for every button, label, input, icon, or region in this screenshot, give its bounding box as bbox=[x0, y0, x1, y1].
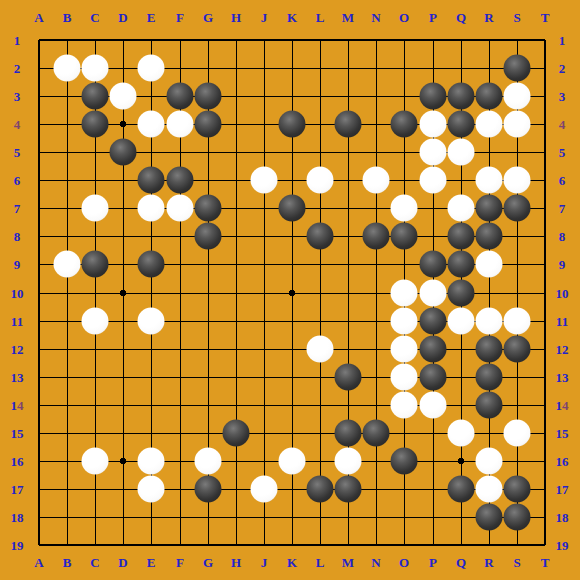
coord-char: B bbox=[63, 10, 72, 25]
coord-char: 1 bbox=[559, 33, 566, 48]
row-label: 16 bbox=[556, 455, 569, 468]
row-label: 2 bbox=[559, 62, 566, 75]
black-stone-M4 bbox=[335, 111, 362, 138]
column-label: S bbox=[513, 11, 520, 24]
coord-char: E bbox=[147, 10, 156, 25]
white-stone-S15 bbox=[504, 420, 531, 447]
coord-char: C bbox=[90, 555, 99, 570]
black-stone-N15 bbox=[363, 420, 390, 447]
white-stone-J17 bbox=[251, 476, 278, 503]
row-label: 19 bbox=[11, 539, 24, 552]
white-stone-L12 bbox=[307, 336, 334, 363]
coord-char: F bbox=[176, 555, 184, 570]
coord-char: 2 bbox=[559, 61, 566, 76]
coord-char: T bbox=[541, 555, 550, 570]
coord-char: J bbox=[261, 555, 268, 570]
white-stone-Q7 bbox=[448, 195, 475, 222]
row-label: 18 bbox=[11, 511, 24, 524]
row-label: 17 bbox=[556, 483, 569, 496]
coord-char: 3 bbox=[559, 89, 566, 104]
coord-char: 1 bbox=[17, 314, 24, 329]
coord-char: R bbox=[484, 555, 493, 570]
column-label: G bbox=[203, 11, 213, 24]
row-label: 8 bbox=[559, 230, 566, 243]
white-stone-E11 bbox=[138, 308, 165, 335]
row-label: 9 bbox=[14, 258, 21, 271]
coord-char: H bbox=[231, 555, 241, 570]
coord-char: M bbox=[342, 555, 354, 570]
coord-char: 3 bbox=[562, 370, 569, 385]
white-stone-F4 bbox=[167, 111, 194, 138]
white-stone-E7 bbox=[138, 195, 165, 222]
black-stone-G4 bbox=[195, 111, 222, 138]
black-stone-S2 bbox=[504, 55, 531, 82]
black-stone-K7 bbox=[279, 195, 306, 222]
row-label: 11 bbox=[11, 315, 23, 328]
coord-char: 9 bbox=[562, 538, 569, 553]
coord-char: 4 bbox=[562, 398, 569, 413]
black-stone-P13 bbox=[420, 364, 447, 391]
black-stone-M15 bbox=[335, 420, 362, 447]
column-label: S bbox=[513, 556, 520, 569]
column-label: K bbox=[287, 556, 297, 569]
coord-char: 0 bbox=[17, 286, 24, 301]
column-label: Q bbox=[456, 11, 466, 24]
coord-char: G bbox=[203, 10, 213, 25]
column-label: P bbox=[429, 11, 437, 24]
white-stone-K16 bbox=[279, 448, 306, 475]
coord-char: K bbox=[287, 10, 297, 25]
row-label: 14 bbox=[556, 399, 569, 412]
row-label: 1 bbox=[559, 34, 566, 47]
row-label: 19 bbox=[556, 539, 569, 552]
coord-char: 8 bbox=[14, 229, 21, 244]
coord-char: 4 bbox=[559, 117, 566, 132]
black-stone-Q10 bbox=[448, 280, 475, 307]
black-stone-P11 bbox=[420, 308, 447, 335]
column-label: B bbox=[63, 556, 72, 569]
row-label: 7 bbox=[559, 202, 566, 215]
black-stone-R14 bbox=[476, 392, 503, 419]
white-stone-O12 bbox=[391, 336, 418, 363]
coord-char: 9 bbox=[559, 257, 566, 272]
coord-char: 1 bbox=[562, 314, 569, 329]
column-label: T bbox=[541, 11, 550, 24]
row-label: 2 bbox=[14, 62, 21, 75]
white-stone-Q15 bbox=[448, 420, 475, 447]
black-stone-Q3 bbox=[448, 83, 475, 110]
coord-char: 0 bbox=[562, 286, 569, 301]
coord-char: 4 bbox=[17, 398, 24, 413]
row-label: 8 bbox=[14, 230, 21, 243]
coord-char: 3 bbox=[14, 89, 21, 104]
column-label: L bbox=[316, 11, 325, 24]
coord-char: R bbox=[484, 10, 493, 25]
white-stone-O7 bbox=[391, 195, 418, 222]
row-label: 12 bbox=[11, 343, 24, 356]
star-point bbox=[120, 458, 126, 464]
row-label: 4 bbox=[14, 118, 21, 131]
white-stone-R9 bbox=[476, 251, 503, 278]
coord-char: Q bbox=[456, 555, 466, 570]
row-label: 6 bbox=[14, 174, 21, 187]
black-stone-E9 bbox=[138, 251, 165, 278]
go-board[interactable]: ABCDEFGHJKLMNOPQRST ABCDEFGHJKLMNOPQRST … bbox=[0, 0, 580, 580]
black-stone-Q9 bbox=[448, 251, 475, 278]
white-stone-S6 bbox=[504, 167, 531, 194]
coord-char: 2 bbox=[14, 61, 21, 76]
column-label: K bbox=[287, 11, 297, 24]
black-stone-S12 bbox=[504, 336, 531, 363]
white-stone-P4 bbox=[420, 111, 447, 138]
column-label: H bbox=[231, 556, 241, 569]
black-stone-C3 bbox=[82, 83, 109, 110]
coord-char: G bbox=[203, 555, 213, 570]
coord-char: S bbox=[513, 10, 520, 25]
coord-char: A bbox=[34, 10, 43, 25]
black-stone-O4 bbox=[391, 111, 418, 138]
row-label: 10 bbox=[556, 287, 569, 300]
white-stone-P10 bbox=[420, 280, 447, 307]
coord-char: 7 bbox=[14, 201, 21, 216]
white-stone-J6 bbox=[251, 167, 278, 194]
black-stone-F3 bbox=[167, 83, 194, 110]
column-label: O bbox=[399, 11, 409, 24]
coord-char: 6 bbox=[17, 454, 24, 469]
black-stone-S17 bbox=[504, 476, 531, 503]
white-stone-N6 bbox=[363, 167, 390, 194]
white-stone-C7 bbox=[82, 195, 109, 222]
coord-char: C bbox=[90, 10, 99, 25]
black-stone-N8 bbox=[363, 223, 390, 250]
white-stone-M16 bbox=[335, 448, 362, 475]
black-stone-R18 bbox=[476, 504, 503, 531]
column-label: D bbox=[118, 556, 127, 569]
coord-char: T bbox=[541, 10, 550, 25]
row-label: 15 bbox=[556, 427, 569, 440]
black-stone-D5 bbox=[110, 139, 137, 166]
row-label: 9 bbox=[559, 258, 566, 271]
column-label: M bbox=[342, 556, 354, 569]
row-label: 7 bbox=[14, 202, 21, 215]
black-stone-P9 bbox=[420, 251, 447, 278]
coord-char: 8 bbox=[17, 510, 24, 525]
coord-char: 9 bbox=[14, 257, 21, 272]
column-label: C bbox=[90, 11, 99, 24]
coord-char: 6 bbox=[562, 454, 569, 469]
coord-char: D bbox=[118, 10, 127, 25]
coord-char: Q bbox=[456, 10, 466, 25]
white-stone-O14 bbox=[391, 392, 418, 419]
white-stone-E2 bbox=[138, 55, 165, 82]
column-label: D bbox=[118, 11, 127, 24]
white-stone-L6 bbox=[307, 167, 334, 194]
white-stone-R11 bbox=[476, 308, 503, 335]
row-label: 3 bbox=[14, 90, 21, 103]
black-stone-R12 bbox=[476, 336, 503, 363]
black-stone-Q4 bbox=[448, 111, 475, 138]
column-label: E bbox=[147, 556, 156, 569]
coord-char: S bbox=[513, 555, 520, 570]
coord-char: 1 bbox=[14, 33, 21, 48]
coord-char: 6 bbox=[559, 173, 566, 188]
row-label: 12 bbox=[556, 343, 569, 356]
row-label: 17 bbox=[11, 483, 24, 496]
column-label: H bbox=[231, 11, 241, 24]
black-stone-C4 bbox=[82, 111, 109, 138]
row-label: 5 bbox=[559, 146, 566, 159]
white-stone-B9 bbox=[54, 251, 81, 278]
star-point bbox=[120, 121, 126, 127]
coord-char: 3 bbox=[17, 370, 24, 385]
white-stone-D3 bbox=[110, 83, 137, 110]
column-label: L bbox=[316, 556, 325, 569]
white-stone-E17 bbox=[138, 476, 165, 503]
column-label: N bbox=[371, 556, 380, 569]
column-label: T bbox=[541, 556, 550, 569]
row-label: 6 bbox=[559, 174, 566, 187]
black-stone-R13 bbox=[476, 364, 503, 391]
black-stone-L8 bbox=[307, 223, 334, 250]
white-stone-G16 bbox=[195, 448, 222, 475]
black-stone-G7 bbox=[195, 195, 222, 222]
black-stone-Q17 bbox=[448, 476, 475, 503]
column-label: G bbox=[203, 556, 213, 569]
black-stone-Q8 bbox=[448, 223, 475, 250]
coord-char: A bbox=[34, 555, 43, 570]
column-label: P bbox=[429, 556, 437, 569]
coord-char: L bbox=[316, 555, 325, 570]
row-label: 13 bbox=[556, 371, 569, 384]
column-label: C bbox=[90, 556, 99, 569]
black-stone-L17 bbox=[307, 476, 334, 503]
column-label: O bbox=[399, 556, 409, 569]
column-label: B bbox=[63, 11, 72, 24]
white-stone-R17 bbox=[476, 476, 503, 503]
black-stone-H15 bbox=[223, 420, 250, 447]
white-stone-C11 bbox=[82, 308, 109, 335]
column-label: R bbox=[484, 556, 493, 569]
row-label: 11 bbox=[556, 315, 568, 328]
black-stone-R7 bbox=[476, 195, 503, 222]
white-stone-C2 bbox=[82, 55, 109, 82]
row-label: 5 bbox=[14, 146, 21, 159]
black-stone-G3 bbox=[195, 83, 222, 110]
column-label: Q bbox=[456, 556, 466, 569]
coord-char: H bbox=[231, 10, 241, 25]
white-stone-O10 bbox=[391, 280, 418, 307]
black-stone-S18 bbox=[504, 504, 531, 531]
coord-char: O bbox=[399, 555, 409, 570]
column-label: F bbox=[176, 556, 184, 569]
white-stone-R4 bbox=[476, 111, 503, 138]
row-label: 16 bbox=[11, 455, 24, 468]
white-stone-O11 bbox=[391, 308, 418, 335]
coord-char: 8 bbox=[562, 510, 569, 525]
coord-char: 7 bbox=[559, 201, 566, 216]
black-stone-E6 bbox=[138, 167, 165, 194]
coord-char: P bbox=[429, 10, 437, 25]
row-label: 1 bbox=[14, 34, 21, 47]
coord-char: E bbox=[147, 555, 156, 570]
white-stone-F7 bbox=[167, 195, 194, 222]
white-stone-P5 bbox=[420, 139, 447, 166]
star-point bbox=[120, 290, 126, 296]
star-point bbox=[289, 290, 295, 296]
white-stone-E16 bbox=[138, 448, 165, 475]
coord-char: B bbox=[63, 555, 72, 570]
white-stone-Q11 bbox=[448, 308, 475, 335]
coord-char: 5 bbox=[17, 426, 24, 441]
coord-char: J bbox=[261, 10, 268, 25]
coord-char: 2 bbox=[562, 342, 569, 357]
black-stone-P3 bbox=[420, 83, 447, 110]
coord-char: 5 bbox=[562, 426, 569, 441]
black-stone-R3 bbox=[476, 83, 503, 110]
black-stone-C9 bbox=[82, 251, 109, 278]
white-stone-R16 bbox=[476, 448, 503, 475]
column-label: F bbox=[176, 11, 184, 24]
coord-char: L bbox=[316, 10, 325, 25]
white-stone-E4 bbox=[138, 111, 165, 138]
coord-char: 5 bbox=[14, 145, 21, 160]
coord-char: F bbox=[176, 10, 184, 25]
coord-char: 4 bbox=[14, 117, 21, 132]
column-label: A bbox=[34, 11, 43, 24]
column-label: A bbox=[34, 556, 43, 569]
column-label: N bbox=[371, 11, 380, 24]
white-stone-C16 bbox=[82, 448, 109, 475]
coord-char: M bbox=[342, 10, 354, 25]
row-label: 10 bbox=[11, 287, 24, 300]
coord-char: 6 bbox=[14, 173, 21, 188]
coord-char: 7 bbox=[17, 482, 24, 497]
coord-char: 9 bbox=[17, 538, 24, 553]
column-label: E bbox=[147, 11, 156, 24]
row-label: 4 bbox=[559, 118, 566, 131]
row-label: 15 bbox=[11, 427, 24, 440]
white-stone-S4 bbox=[504, 111, 531, 138]
black-stone-M17 bbox=[335, 476, 362, 503]
black-stone-M13 bbox=[335, 364, 362, 391]
coord-char: N bbox=[371, 10, 380, 25]
white-stone-R6 bbox=[476, 167, 503, 194]
black-stone-O8 bbox=[391, 223, 418, 250]
coord-char: 2 bbox=[17, 342, 24, 357]
white-stone-P6 bbox=[420, 167, 447, 194]
coord-char: 8 bbox=[559, 229, 566, 244]
white-stone-S3 bbox=[504, 83, 531, 110]
black-stone-O16 bbox=[391, 448, 418, 475]
white-stone-Q5 bbox=[448, 139, 475, 166]
black-stone-F6 bbox=[167, 167, 194, 194]
black-stone-S7 bbox=[504, 195, 531, 222]
row-label: 13 bbox=[11, 371, 24, 384]
black-stone-G8 bbox=[195, 223, 222, 250]
row-label: 3 bbox=[559, 90, 566, 103]
column-label: J bbox=[261, 11, 268, 24]
coord-char: 5 bbox=[559, 145, 566, 160]
black-stone-P12 bbox=[420, 336, 447, 363]
black-stone-R8 bbox=[476, 223, 503, 250]
row-label: 18 bbox=[556, 511, 569, 524]
column-label: R bbox=[484, 11, 493, 24]
coord-char: K bbox=[287, 555, 297, 570]
column-label: J bbox=[261, 556, 268, 569]
column-label: M bbox=[342, 11, 354, 24]
black-stone-K4 bbox=[279, 111, 306, 138]
white-stone-O13 bbox=[391, 364, 418, 391]
coord-char: P bbox=[429, 555, 437, 570]
coord-char: D bbox=[118, 555, 127, 570]
black-stone-G17 bbox=[195, 476, 222, 503]
white-stone-P14 bbox=[420, 392, 447, 419]
coord-char: O bbox=[399, 10, 409, 25]
row-label: 14 bbox=[11, 399, 24, 412]
white-stone-S11 bbox=[504, 308, 531, 335]
white-stone-B2 bbox=[54, 55, 81, 82]
coord-char: N bbox=[371, 555, 380, 570]
coord-char: 7 bbox=[562, 482, 569, 497]
star-point bbox=[458, 458, 464, 464]
